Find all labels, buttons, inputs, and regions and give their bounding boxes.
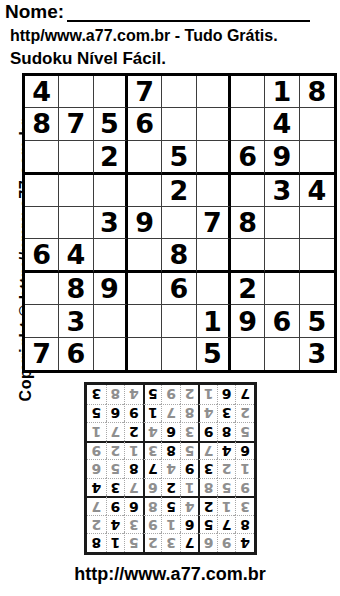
puzzle-cell-r9c3[interactable] (94, 338, 128, 370)
puzzle-grid: 471887564256923439786488962319657653 (22, 73, 337, 373)
puzzle-cell-r1c3[interactable] (94, 76, 128, 108)
solution-cell-r5c6: 7 (143, 459, 162, 478)
puzzle-cell-r9c1: 7 (25, 338, 59, 370)
puzzle-cell-r7c9[interactable] (300, 273, 334, 305)
puzzle-cell-r7c2: 8 (59, 273, 93, 305)
solution-cell-r9c1: 7 (235, 385, 254, 404)
puzzle-cell-r9c6: 5 (197, 338, 231, 370)
solution-cell-r7c7: 2 (124, 422, 143, 441)
puzzle-cell-r9c7[interactable] (231, 338, 265, 370)
puzzle-cell-r8c3[interactable] (94, 305, 128, 337)
puzzle-cell-r4c5: 2 (162, 175, 196, 207)
puzzle-cell-r6c9[interactable] (300, 239, 334, 273)
solution-cell-r4c9: 4 (87, 478, 106, 497)
puzzle-cell-r2c1: 8 (25, 108, 59, 140)
solution-cell-r2c2: 7 (217, 515, 236, 534)
solution-cell-r5c8: 5 (106, 459, 125, 478)
puzzle-cell-r2c4: 6 (128, 108, 162, 140)
solution-cell-r2c6: 9 (143, 515, 162, 534)
solution-cell-r3c9: 7 (87, 496, 106, 515)
solution-grid: 4967325188756193423124586979581267341239… (84, 382, 257, 555)
solution-cell-r4c1: 9 (235, 478, 254, 497)
solution-cell-r2c8: 4 (106, 515, 125, 534)
solution-cell-r3c5: 5 (161, 496, 180, 515)
puzzle-cell-r7c6[interactable] (197, 273, 231, 305)
solution-cell-r6c2: 4 (217, 441, 236, 460)
puzzle-cell-r8c8: 6 (265, 305, 299, 337)
solution-cell-r9c9: 3 (87, 385, 106, 404)
puzzle-cell-r3c5: 5 (162, 141, 196, 175)
solution-cell-r9c5: 9 (161, 385, 180, 404)
puzzle-cell-r3c3: 2 (94, 141, 128, 175)
solution-cell-r4c4: 1 (180, 478, 199, 497)
solution-cell-r3c2: 1 (217, 496, 236, 515)
solution-cell-r1c5: 3 (161, 533, 180, 552)
puzzle-cell-r2c3: 5 (94, 108, 128, 140)
puzzle-cell-r5c1[interactable] (25, 207, 59, 239)
solution-cell-r3c7: 6 (124, 496, 143, 515)
solution-cell-r1c4: 7 (180, 533, 199, 552)
puzzle-cell-r7c8[interactable] (265, 273, 299, 305)
solution-cell-r7c2: 8 (217, 422, 236, 441)
solution-cell-r1c3: 6 (198, 533, 217, 552)
solution-cell-r1c6: 2 (143, 533, 162, 552)
page: Nome: http/www.a77.com.br - Tudo Grátis.… (0, 0, 340, 596)
puzzle-cell-r9c2: 6 (59, 338, 93, 370)
puzzle-cell-r5c2[interactable] (59, 207, 93, 239)
puzzle-cell-r6c4[interactable] (128, 239, 162, 273)
solution-cell-r4c7: 7 (124, 478, 143, 497)
puzzle-cell-r5c8[interactable] (265, 207, 299, 239)
puzzle-cell-r3c4[interactable] (128, 141, 162, 175)
puzzle-cell-r8c6: 1 (197, 305, 231, 337)
solution-cell-r7c6: 4 (143, 422, 162, 441)
solution-cell-r5c4: 9 (180, 459, 199, 478)
solution-cell-r2c7: 3 (124, 515, 143, 534)
page-title: Sudoku Nível Fácil. (10, 49, 166, 69)
solution-cell-r9c6: 5 (143, 385, 162, 404)
solution-cell-r8c9: 5 (87, 404, 106, 423)
solution-cell-r9c3: 1 (198, 385, 217, 404)
puzzle-cell-r5c7: 8 (231, 207, 265, 239)
puzzle-cell-r4c4[interactable] (128, 175, 162, 207)
name-row: Nome: (5, 2, 310, 22)
puzzle-cell-r1c7[interactable] (231, 76, 265, 108)
solution-cell-r3c6: 8 (143, 496, 162, 515)
puzzle-cell-r4c9: 4 (300, 175, 334, 207)
solution-cell-r5c9: 6 (87, 459, 106, 478)
puzzle-cell-r3c7: 6 (231, 141, 265, 175)
solution-cell-r6c6: 3 (143, 441, 162, 460)
solution-cell-r3c8: 9 (106, 496, 125, 515)
puzzle-cell-r7c5: 6 (162, 273, 196, 305)
solution-cell-r6c5: 8 (161, 441, 180, 460)
puzzle-cell-r8c9: 5 (300, 305, 334, 337)
footer-url: http://www.a77.com.br (0, 564, 340, 585)
puzzle-cell-r3c6[interactable] (197, 141, 231, 175)
solution-cell-r5c1: 1 (235, 459, 254, 478)
solution-cell-r5c5: 4 (161, 459, 180, 478)
puzzle-cell-r8c5[interactable] (162, 305, 196, 337)
puzzle-cell-r2c6[interactable] (197, 108, 231, 140)
solution-cell-r2c4: 6 (180, 515, 199, 534)
puzzle-cell-r3c1[interactable] (25, 141, 59, 175)
solution-cell-r4c8: 3 (106, 478, 125, 497)
puzzle-cell-r5c6: 7 (197, 207, 231, 239)
puzzle-cell-r4c3[interactable] (94, 175, 128, 207)
puzzle-cell-r1c5[interactable] (162, 76, 196, 108)
solution-cell-r8c4: 8 (180, 404, 199, 423)
puzzle-cell-r2c5[interactable] (162, 108, 196, 140)
solution-cell-r7c3: 9 (198, 422, 217, 441)
puzzle-cell-r9c4[interactable] (128, 338, 162, 370)
puzzle-cell-r8c4[interactable] (128, 305, 162, 337)
solution-cell-r1c7: 5 (124, 533, 143, 552)
puzzle-cell-r2c9[interactable] (300, 108, 334, 140)
solution-cell-r8c1: 2 (235, 404, 254, 423)
puzzle-cell-r4c1[interactable] (25, 175, 59, 207)
solution-cell-r4c2: 5 (217, 478, 236, 497)
solution-cell-r4c5: 2 (161, 478, 180, 497)
solution-cell-r8c8: 6 (106, 404, 125, 423)
solution-cell-r1c1: 4 (235, 533, 254, 552)
puzzle-cell-r6c5: 8 (162, 239, 196, 273)
solution-cell-r7c4: 3 (180, 422, 199, 441)
puzzle-cell-r1c4: 7 (128, 76, 162, 108)
solution-cell-r8c3: 4 (198, 404, 217, 423)
puzzle-cell-r1c8: 1 (265, 76, 299, 108)
puzzle-cell-r7c1[interactable] (25, 273, 59, 305)
puzzle-cell-r4c6[interactable] (197, 175, 231, 207)
solution-cell-r6c9: 9 (87, 441, 106, 460)
puzzle-cell-r6c6[interactable] (197, 239, 231, 273)
puzzle-cell-r2c2: 7 (59, 108, 93, 140)
puzzle-cell-r6c2: 4 (59, 239, 93, 273)
solution-cell-r6c8: 2 (106, 441, 125, 460)
puzzle-cell-r4c7[interactable] (231, 175, 265, 207)
name-input-line[interactable] (67, 2, 310, 22)
puzzle-cell-r1c2[interactable] (59, 76, 93, 108)
solution-cell-r7c8: 7 (106, 422, 125, 441)
puzzle-cell-r7c4[interactable] (128, 273, 162, 305)
puzzle-cell-r5c3: 3 (94, 207, 128, 239)
puzzle-cell-r7c7: 2 (231, 273, 265, 305)
solution-cell-r3c1: 3 (235, 496, 254, 515)
solution-cell-r5c3: 3 (198, 459, 217, 478)
puzzle-cell-r3c2[interactable] (59, 141, 93, 175)
puzzle-cell-r6c8[interactable] (265, 239, 299, 273)
solution-cell-r1c2: 9 (217, 533, 236, 552)
solution-cell-r2c9: 2 (87, 515, 106, 534)
puzzle-cell-r7c3: 9 (94, 273, 128, 305)
solution-cell-r6c3: 7 (198, 441, 217, 460)
puzzle-cell-r5c4: 9 (128, 207, 162, 239)
solution-cell-r8c6: 1 (143, 404, 162, 423)
puzzle-cell-r9c9: 3 (300, 338, 334, 370)
puzzle-cell-r4c8: 3 (265, 175, 299, 207)
solution-cell-r2c5: 1 (161, 515, 180, 534)
solution-cell-r1c8: 1 (106, 533, 125, 552)
puzzle-cell-r9c5[interactable] (162, 338, 196, 370)
puzzle-cell-r1c6[interactable] (197, 76, 231, 108)
puzzle-cell-r6c7[interactable] (231, 239, 265, 273)
solution-cell-r7c9: 1 (87, 422, 106, 441)
puzzle-cell-r3c8: 9 (265, 141, 299, 175)
puzzle-cell-r9c8[interactable] (265, 338, 299, 370)
solution-cell-r8c5: 7 (161, 404, 180, 423)
solution-cell-r9c4: 2 (180, 385, 199, 404)
puzzle-cell-r8c2: 3 (59, 305, 93, 337)
puzzle-cell-r1c9: 8 (300, 76, 334, 108)
solution-cell-r7c5: 6 (161, 422, 180, 441)
solution-cell-r5c2: 2 (217, 459, 236, 478)
solution-cell-r8c2: 3 (217, 404, 236, 423)
solution-cell-r4c3: 8 (198, 478, 217, 497)
solution-cell-r9c2: 6 (217, 385, 236, 404)
puzzle-cell-r6c1: 6 (25, 239, 59, 273)
solution-cell-r9c7: 4 (124, 385, 143, 404)
solution-cell-r8c7: 9 (124, 404, 143, 423)
puzzle-cell-r5c9[interactable] (300, 207, 334, 239)
solution-cell-r6c1: 6 (235, 441, 254, 460)
solution-cell-r2c3: 5 (198, 515, 217, 534)
solution-cell-r2c1: 8 (235, 515, 254, 534)
solution-cell-r7c1: 5 (235, 422, 254, 441)
solution-cell-r6c4: 5 (180, 441, 199, 460)
name-label: Nome: (5, 2, 64, 22)
puzzle-cell-r6c3[interactable] (94, 239, 128, 273)
puzzle-cell-r8c1[interactable] (25, 305, 59, 337)
solution-cell-r9c8: 8 (106, 385, 125, 404)
puzzle-cell-r2c7[interactable] (231, 108, 265, 140)
puzzle-cell-r8c7: 9 (231, 305, 265, 337)
site-tagline: http/www.a77.com.br - Tudo Grátis. (10, 27, 278, 45)
solution-cell-r3c3: 2 (198, 496, 217, 515)
solution-cell-r3c4: 4 (180, 496, 199, 515)
puzzle-cell-r2c8: 4 (265, 108, 299, 140)
solution-cell-r1c9: 8 (87, 533, 106, 552)
puzzle-cell-r4c2[interactable] (59, 175, 93, 207)
solution-cell-r5c7: 8 (124, 459, 143, 478)
puzzle-cell-r5c5[interactable] (162, 207, 196, 239)
solution-cell-r6c7: 1 (124, 441, 143, 460)
puzzle-cell-r3c9[interactable] (300, 141, 334, 175)
puzzle-cell-r1c1: 4 (25, 76, 59, 108)
solution-cell-r4c6: 6 (143, 478, 162, 497)
